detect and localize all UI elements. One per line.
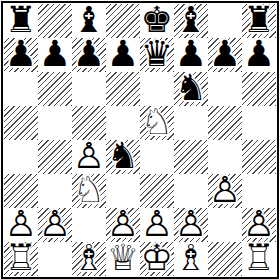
piece-glyph: ♙: [73, 139, 105, 173]
piece-glyph: ♟: [5, 37, 37, 71]
white-rook-h1: ♜♖: [242, 242, 276, 276]
white-bishop-f1: ♝♗: [174, 242, 208, 276]
square-g5: [208, 106, 242, 140]
piece-glyph: ♙: [209, 173, 241, 207]
piece-glyph: ♜: [5, 3, 37, 37]
white-queen-d1: ♛♕: [106, 242, 140, 276]
white-bishop-c1: ♝♗: [72, 242, 106, 276]
square-d1: ♛♕: [106, 242, 140, 276]
piece-glyph: ♝: [73, 3, 105, 37]
piece-glyph: ♟: [209, 37, 241, 71]
square-g6: [208, 72, 242, 106]
piece-glyph: ♞: [107, 139, 139, 173]
square-g1: [208, 242, 242, 276]
square-e5: ♞♘: [140, 106, 174, 140]
square-b2: ♟♙: [38, 208, 72, 242]
square-h5: [242, 106, 276, 140]
piece-glyph: ♟: [175, 37, 207, 71]
square-a1: ♜♖: [4, 242, 38, 276]
black-pawn-a7: ♟♟: [4, 38, 38, 72]
piece-glyph: ♙: [175, 207, 207, 241]
black-pawn-b7: ♟♟: [38, 38, 72, 72]
piece-glyph: ♙: [141, 207, 173, 241]
piece-glyph: ♟: [243, 37, 275, 71]
piece-glyph: ♝: [175, 3, 207, 37]
square-d7: ♟♟: [106, 38, 140, 72]
square-a6: [4, 72, 38, 106]
piece-glyph: ♙: [243, 207, 275, 241]
square-h7: ♟♟: [242, 38, 276, 72]
square-e1: ♚♔: [140, 242, 174, 276]
square-b4: [38, 140, 72, 174]
square-e4: [140, 140, 174, 174]
square-a7: ♟♟: [4, 38, 38, 72]
square-g7: ♟♟: [208, 38, 242, 72]
square-c6: [72, 72, 106, 106]
square-h6: [242, 72, 276, 106]
square-f5: [174, 106, 208, 140]
white-knight-c3: ♞♘: [72, 174, 106, 208]
square-b1: [38, 242, 72, 276]
square-d6: [106, 72, 140, 106]
square-h4: [242, 140, 276, 174]
square-a5: [4, 106, 38, 140]
square-c7: ♟♟: [72, 38, 106, 72]
black-queen-e7: ♛♛: [140, 38, 174, 72]
square-b5: [38, 106, 72, 140]
piece-glyph: ♔: [141, 241, 173, 275]
piece-glyph: ♟: [73, 37, 105, 71]
piece-glyph: ♗: [73, 241, 105, 275]
black-knight-f6: ♞♞: [174, 72, 208, 106]
piece-glyph: ♙: [107, 207, 139, 241]
square-e7: ♛♛: [140, 38, 174, 72]
black-pawn-g7: ♟♟: [208, 38, 242, 72]
square-f6: ♞♞: [174, 72, 208, 106]
piece-glyph: ♘: [73, 173, 105, 207]
piece-glyph: ♟: [107, 37, 139, 71]
black-knight-d4: ♞♞: [106, 140, 140, 174]
piece-glyph: ♟: [39, 37, 71, 71]
board: ♜♜♝♝♚♚♝♝♜♜♟♟♟♟♟♟♟♟♛♛♟♟♟♟♟♟♞♞♞♘♟♙♞♞♞♘♟♙♟♙…: [4, 4, 276, 276]
black-pawn-c7: ♟♟: [72, 38, 106, 72]
square-b6: [38, 72, 72, 106]
piece-glyph: ♘: [141, 105, 173, 139]
piece-glyph: ♖: [5, 241, 37, 275]
piece-glyph: ♚: [141, 3, 173, 37]
piece-glyph: ♙: [39, 207, 71, 241]
white-rook-a1: ♜♖: [4, 242, 38, 276]
square-h1: ♜♖: [242, 242, 276, 276]
square-g3: ♟♙: [208, 174, 242, 208]
square-d4: ♞♞: [106, 140, 140, 174]
white-king-e1: ♚♔: [140, 242, 174, 276]
piece-glyph: ♜: [243, 3, 275, 37]
white-knight-e5: ♞♘: [140, 106, 174, 140]
square-c3: ♞♘: [72, 174, 106, 208]
square-f4: [174, 140, 208, 174]
piece-glyph: ♙: [5, 207, 37, 241]
piece-glyph: ♕: [107, 241, 139, 275]
square-f1: ♝♗: [174, 242, 208, 276]
square-g2: [208, 208, 242, 242]
piece-glyph: ♛: [141, 37, 173, 71]
square-b7: ♟♟: [38, 38, 72, 72]
black-pawn-h7: ♟♟: [242, 38, 276, 72]
white-pawn-b2: ♟♙: [38, 208, 72, 242]
board-frame: ♜♜♝♝♚♚♝♝♜♜♟♟♟♟♟♟♟♟♛♛♟♟♟♟♟♟♞♞♞♘♟♙♞♞♞♘♟♙♟♙…: [1, 1, 279, 279]
square-c1: ♝♗: [72, 242, 106, 276]
piece-glyph: ♖: [243, 241, 275, 275]
piece-glyph: ♗: [175, 241, 207, 275]
square-a4: [4, 140, 38, 174]
piece-glyph: ♞: [175, 71, 207, 105]
black-pawn-d7: ♟♟: [106, 38, 140, 72]
white-pawn-g3: ♟♙: [208, 174, 242, 208]
